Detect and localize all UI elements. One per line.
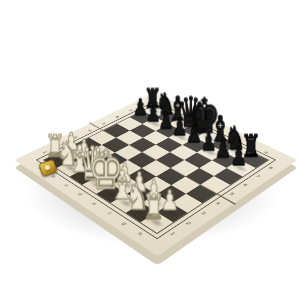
- coordinate-label: 6: [235, 179, 256, 192]
- board-grid: ♜♞♝♛♚♝♞♜♟♟♟♟♟♟♟♟♟♟♟♟♟♟♟♟♜♞♝♛♚♝♞♜: [43, 104, 269, 234]
- square-e5: [156, 152, 184, 168]
- coordinate-label: 7: [248, 170, 268, 182]
- folding-chess-board: abcdefgh abcdefgh 87654321 87654321 ♜♞♝♛…: [15, 92, 298, 256]
- black-pawn: ♟: [231, 144, 248, 170]
- white-rook: ♜: [142, 190, 165, 224]
- scene: abcdefgh abcdefgh 87654321 87654321 ♜♞♝♛…: [0, 0, 300, 300]
